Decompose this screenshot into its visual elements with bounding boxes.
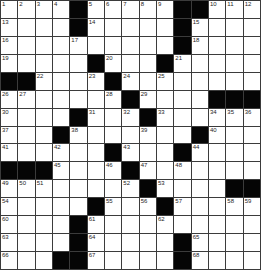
cell-r9c4[interactable]: 42 [53, 144, 69, 161]
clue-number: 11 [227, 1, 233, 8]
black-cell-r15c11 [174, 252, 190, 269]
cell-r1c14[interactable]: 11 [226, 1, 242, 18]
cell-r2c15[interactable] [244, 19, 260, 36]
clue-number: 66 [2, 252, 9, 259]
clue-number: 64 [89, 234, 96, 241]
clue-number: 4 [54, 1, 57, 8]
cell-r13c15[interactable] [244, 216, 260, 233]
clue-number: 63 [2, 234, 9, 241]
black-cell-r7c5 [70, 109, 86, 126]
cell-r9c2[interactable] [18, 144, 34, 161]
cell-r5c12[interactable] [192, 73, 208, 90]
cell-r12c7[interactable]: 55 [105, 198, 121, 215]
black-cell-r2c5 [70, 19, 86, 36]
cell-r9c3[interactable] [36, 144, 52, 161]
clue-number: 23 [89, 73, 96, 80]
cell-r7c8[interactable]: 32 [122, 109, 138, 126]
black-cell-r11c15 [244, 180, 260, 197]
cell-r9c12[interactable]: 44 [192, 144, 208, 161]
cell-r14c15[interactable] [244, 234, 260, 251]
cell-r5c6[interactable]: 23 [88, 73, 104, 90]
black-cell-r14c5 [70, 234, 86, 251]
cell-r11c8[interactable]: 52 [122, 180, 138, 197]
cell-r12c15[interactable]: 59 [244, 198, 260, 215]
cell-r12c9[interactable]: 56 [140, 198, 156, 215]
cell-r12c11[interactable]: 57 [174, 198, 190, 215]
clue-number: 56 [141, 198, 148, 205]
cell-r3c14[interactable] [226, 37, 242, 54]
cell-r13c9[interactable] [140, 216, 156, 233]
clue-number: 60 [2, 216, 9, 223]
clue-number: 61 [89, 216, 96, 223]
clue-number: 45 [54, 162, 61, 169]
cell-r10c5[interactable] [70, 162, 86, 179]
clue-number: 27 [19, 91, 26, 98]
cell-r7c14[interactable]: 35 [226, 109, 242, 126]
clue-number: 21 [175, 55, 182, 62]
cell-r11c3[interactable]: 51 [36, 180, 52, 197]
cell-r3c9[interactable] [140, 37, 156, 54]
cell-r14c6[interactable]: 64 [88, 234, 104, 251]
black-cell-r6c8 [122, 91, 138, 108]
clue-number: 40 [210, 127, 217, 134]
cell-r5c11[interactable] [174, 73, 190, 90]
clue-number: 18 [193, 37, 200, 44]
clue-number: 8 [141, 1, 144, 8]
cell-r1c8[interactable]: 7 [122, 1, 138, 18]
cell-r7c7[interactable] [105, 109, 121, 126]
cell-r4c7[interactable]: 20 [105, 55, 121, 72]
cell-r7c13[interactable]: 34 [209, 109, 225, 126]
cell-r10c12[interactable] [192, 162, 208, 179]
cell-r3c4[interactable] [53, 37, 69, 54]
clue-number: 62 [158, 216, 165, 223]
cell-r7c11[interactable] [174, 109, 190, 126]
clue-number: 13 [2, 19, 9, 26]
clue-number: 32 [123, 109, 130, 116]
clue-number: 19 [2, 55, 9, 62]
clue-number: 49 [2, 180, 9, 187]
black-cell-r12c10 [157, 198, 173, 215]
cell-r6c3[interactable] [36, 91, 52, 108]
cell-r6c2[interactable]: 27 [18, 91, 34, 108]
cell-r14c3[interactable] [36, 234, 52, 251]
cell-r7c4[interactable] [53, 109, 69, 126]
cell-r10c4[interactable]: 45 [53, 162, 69, 179]
cell-r8c7[interactable] [105, 127, 121, 144]
cell-r1c1[interactable]: 1 [1, 1, 17, 18]
cell-r2c12[interactable]: 15 [192, 19, 208, 36]
clue-number: 54 [2, 198, 9, 205]
cell-r8c5[interactable]: 38 [70, 127, 86, 144]
cell-r12c4[interactable] [53, 198, 69, 215]
cell-r4c11[interactable]: 21 [174, 55, 190, 72]
clue-number: 38 [71, 127, 78, 134]
cell-r11c2[interactable]: 50 [18, 180, 34, 197]
black-cell-r6c13 [209, 91, 225, 108]
cell-r6c6[interactable] [88, 91, 104, 108]
black-cell-r10c3 [36, 162, 52, 179]
cell-r14c13[interactable] [209, 234, 225, 251]
cell-r5c9[interactable] [140, 73, 156, 90]
clue-number: 51 [37, 180, 44, 187]
cell-r1c10[interactable]: 9 [157, 1, 173, 18]
clue-number: 24 [123, 73, 130, 80]
black-cell-r2c11 [174, 19, 190, 36]
cell-r15c7[interactable] [105, 252, 121, 269]
black-cell-r10c2 [18, 162, 34, 179]
cell-r14c14[interactable] [226, 234, 242, 251]
cell-r7c12[interactable] [192, 109, 208, 126]
cell-r11c6[interactable] [88, 180, 104, 197]
cell-r3c6[interactable] [88, 37, 104, 54]
cell-r6c10[interactable] [157, 91, 173, 108]
clue-number: 58 [227, 198, 234, 205]
black-cell-r15c4 [53, 252, 69, 269]
cell-r13c10[interactable]: 62 [157, 216, 173, 233]
cell-r12c8[interactable] [122, 198, 138, 215]
cell-r13c1[interactable]: 60 [1, 216, 17, 233]
clue-number: 57 [175, 198, 182, 205]
cell-r8c6[interactable] [88, 127, 104, 144]
cell-r5c15[interactable] [244, 73, 260, 90]
cell-r11c7[interactable] [105, 180, 121, 197]
cell-r14c7[interactable] [105, 234, 121, 251]
cell-r4c15[interactable] [244, 55, 260, 72]
cell-r1c3[interactable]: 3 [36, 1, 52, 18]
clue-number: 50 [19, 180, 26, 187]
cell-r5c3[interactable]: 22 [36, 73, 52, 90]
cell-r6c12[interactable] [192, 91, 208, 108]
clue-number: 29 [141, 91, 148, 98]
cell-r2c4[interactable] [53, 19, 69, 36]
clue-number: 16 [2, 37, 9, 44]
cell-r11c12[interactable] [192, 180, 208, 197]
cell-r11c1[interactable]: 49 [1, 180, 17, 197]
cell-r15c10[interactable] [157, 252, 173, 269]
cell-r5c5[interactable] [70, 73, 86, 90]
cell-r6c5[interactable] [70, 91, 86, 108]
clue-number: 53 [158, 180, 165, 187]
clue-number: 43 [123, 144, 130, 151]
cell-r1c2[interactable]: 2 [18, 1, 34, 18]
black-cell-r1c5 [70, 1, 86, 18]
cell-r10c11[interactable]: 48 [174, 162, 190, 179]
cell-r10c7[interactable]: 46 [105, 162, 121, 179]
cell-r10c14[interactable] [226, 162, 242, 179]
cell-r5c13[interactable] [209, 73, 225, 90]
black-cell-r8c12 [192, 127, 208, 144]
cell-r1c7[interactable]: 6 [105, 1, 121, 18]
cell-r1c4[interactable]: 4 [53, 1, 69, 18]
cell-r14c9[interactable] [140, 234, 156, 251]
cell-r15c1[interactable]: 66 [1, 252, 17, 269]
black-cell-r13c5 [70, 216, 86, 233]
black-cell-r14c11 [174, 234, 190, 251]
cell-r15c9[interactable] [140, 252, 156, 269]
cell-r7c2[interactable] [18, 109, 34, 126]
cell-r15c15[interactable] [244, 252, 260, 269]
cell-r3c8[interactable] [122, 37, 138, 54]
cell-r13c11[interactable] [174, 216, 190, 233]
clue-number: 30 [2, 109, 9, 116]
cell-r7c1[interactable]: 30 [1, 109, 17, 126]
cell-r9c14[interactable] [226, 144, 242, 161]
cell-r1c9[interactable]: 8 [140, 1, 156, 18]
cell-r6c7[interactable]: 28 [105, 91, 121, 108]
clue-number: 17 [71, 37, 78, 44]
clue-number: 3 [37, 1, 40, 8]
cell-r13c3[interactable] [36, 216, 52, 233]
cell-r11c13[interactable] [209, 180, 225, 197]
cell-r9c9[interactable] [140, 144, 156, 161]
black-cell-r11c14 [226, 180, 242, 197]
cell-r13c2[interactable] [18, 216, 34, 233]
clue-number: 42 [54, 144, 61, 151]
clue-number: 34 [210, 109, 217, 116]
cell-r9c15[interactable] [244, 144, 260, 161]
cell-r4c5[interactable] [70, 55, 86, 72]
cell-r13c12[interactable] [192, 216, 208, 233]
cell-r3c12[interactable]: 18 [192, 37, 208, 54]
clue-number: 68 [193, 252, 200, 259]
black-cell-r5c7 [105, 73, 121, 90]
clue-number: 47 [141, 162, 148, 169]
black-cell-r1c12 [192, 1, 208, 18]
cell-r13c13[interactable] [209, 216, 225, 233]
cell-r8c8[interactable] [122, 127, 138, 144]
black-cell-r9c11 [174, 144, 190, 161]
cell-r4c2[interactable] [18, 55, 34, 72]
cell-r5c4[interactable] [53, 73, 69, 90]
clue-number: 10 [210, 1, 217, 8]
cell-r10c10[interactable] [157, 162, 173, 179]
cell-r4c9[interactable] [140, 55, 156, 72]
crossword-board: 1234567891011121314151617181920212223242… [0, 0, 261, 270]
cell-r15c6[interactable]: 67 [88, 252, 104, 269]
cell-r14c2[interactable] [18, 234, 34, 251]
cell-r10c9[interactable]: 47 [140, 162, 156, 179]
cell-r3c5[interactable]: 17 [70, 37, 86, 54]
black-cell-r5c1 [1, 73, 17, 90]
cell-r9c1[interactable]: 41 [1, 144, 17, 161]
clue-number: 22 [37, 73, 44, 80]
cell-r14c12[interactable]: 65 [192, 234, 208, 251]
black-cell-r15c5 [70, 252, 86, 269]
clue-number: 20 [106, 55, 113, 62]
cell-r3c15[interactable] [244, 37, 260, 54]
black-cell-r6c15 [244, 91, 260, 108]
cell-r12c13[interactable] [209, 198, 225, 215]
clue-number: 31 [89, 109, 96, 116]
cell-r2c6[interactable]: 14 [88, 19, 104, 36]
cell-r8c15[interactable] [244, 127, 260, 144]
cell-r7c10[interactable]: 33 [157, 109, 173, 126]
cell-r3c13[interactable] [209, 37, 225, 54]
black-cell-r5c2 [18, 73, 34, 90]
cell-r12c5[interactable] [70, 198, 86, 215]
black-cell-r4c10 [157, 55, 173, 72]
clue-number: 48 [175, 162, 182, 169]
cell-r11c5[interactable] [70, 180, 86, 197]
black-cell-r10c8 [122, 162, 138, 179]
cell-r10c13[interactable] [209, 162, 225, 179]
cell-r13c6[interactable]: 61 [88, 216, 104, 233]
clue-number: 14 [89, 19, 96, 26]
cell-r13c8[interactable] [122, 216, 138, 233]
clue-number: 36 [245, 109, 252, 116]
cell-r1c13[interactable]: 10 [209, 1, 225, 18]
clue-number: 39 [141, 127, 148, 134]
clue-number: 41 [2, 144, 9, 151]
cell-r15c2[interactable] [18, 252, 34, 269]
black-cell-r11c9 [140, 180, 156, 197]
cell-r10c6[interactable] [88, 162, 104, 179]
clue-number: 65 [193, 234, 200, 241]
cell-r15c8[interactable] [122, 252, 138, 269]
cell-r2c14[interactable] [226, 19, 242, 36]
cell-r8c11[interactable] [174, 127, 190, 144]
cell-r3c1[interactable]: 16 [1, 37, 17, 54]
cell-r8c10[interactable] [157, 127, 173, 144]
cell-r13c14[interactable] [226, 216, 242, 233]
cell-r9c5[interactable] [70, 144, 86, 161]
clue-number: 59 [245, 198, 252, 205]
clue-number: 2 [19, 1, 22, 8]
clue-number: 52 [123, 180, 130, 187]
cell-r8c2[interactable] [18, 127, 34, 144]
cell-r8c13[interactable]: 40 [209, 127, 225, 144]
cell-r6c4[interactable] [53, 91, 69, 108]
cell-r12c14[interactable]: 58 [226, 198, 242, 215]
cell-r11c11[interactable] [174, 180, 190, 197]
clue-number: 44 [193, 144, 200, 151]
cell-r1c15[interactable]: 12 [244, 1, 260, 18]
cell-r9c8[interactable]: 43 [122, 144, 138, 161]
cell-r3c2[interactable] [18, 37, 34, 54]
cell-r4c4[interactable] [53, 55, 69, 72]
cell-r14c1[interactable]: 63 [1, 234, 17, 251]
cell-r3c7[interactable] [105, 37, 121, 54]
cell-r15c12[interactable]: 68 [192, 252, 208, 269]
cell-r7c6[interactable]: 31 [88, 109, 104, 126]
cell-r12c12[interactable] [192, 198, 208, 215]
cell-r5c10[interactable]: 25 [157, 73, 173, 90]
clue-number: 37 [2, 127, 9, 134]
cell-r2c1[interactable]: 13 [1, 19, 17, 36]
cell-r4c3[interactable] [36, 55, 52, 72]
cell-r11c10[interactable]: 53 [157, 180, 173, 197]
cell-r4c8[interactable] [122, 55, 138, 72]
cell-r11c4[interactable] [53, 180, 69, 197]
clue-number: 6 [106, 1, 109, 8]
cell-r7c15[interactable]: 36 [244, 109, 260, 126]
cell-r5c8[interactable]: 24 [122, 73, 138, 90]
clue-number: 12 [245, 1, 252, 8]
cell-r9c10[interactable] [157, 144, 173, 161]
cell-r2c13[interactable] [209, 19, 225, 36]
clue-number: 1 [2, 1, 5, 8]
clue-number: 9 [158, 1, 161, 8]
cell-r2c2[interactable] [18, 19, 34, 36]
cell-r15c3[interactable] [36, 252, 52, 269]
clue-number: 67 [89, 252, 96, 259]
cell-r8c9[interactable]: 39 [140, 127, 156, 144]
black-cell-r3c11 [174, 37, 190, 54]
cell-r7c3[interactable] [36, 109, 52, 126]
cell-r2c9[interactable] [140, 19, 156, 36]
black-cell-r12c6 [88, 198, 104, 215]
cell-r14c8[interactable] [122, 234, 138, 251]
clue-number: 26 [2, 91, 9, 98]
black-cell-r10c1 [1, 162, 17, 179]
cell-r2c7[interactable] [105, 19, 121, 36]
clue-number: 25 [158, 73, 165, 80]
clue-number: 46 [106, 162, 113, 169]
clue-number: 7 [123, 1, 126, 8]
cell-r4c1[interactable]: 19 [1, 55, 17, 72]
black-cell-r4c6 [88, 55, 104, 72]
clue-number: 33 [158, 109, 165, 116]
clue-number: 55 [106, 198, 113, 205]
black-cell-r7c9 [140, 109, 156, 126]
cell-r15c13[interactable] [209, 252, 225, 269]
black-cell-r8c4 [53, 127, 69, 144]
cell-r15c14[interactable] [226, 252, 242, 269]
cell-r9c6[interactable] [88, 144, 104, 161]
black-cell-r1c11 [174, 1, 190, 18]
cell-r4c13[interactable] [209, 55, 225, 72]
black-cell-r9c7 [105, 144, 121, 161]
clue-number: 35 [227, 109, 234, 116]
cell-r3c10[interactable] [157, 37, 173, 54]
cell-r10c15[interactable] [244, 162, 260, 179]
cell-r6c11[interactable] [174, 91, 190, 108]
cell-r13c7[interactable] [105, 216, 121, 233]
cell-r8c14[interactable] [226, 127, 242, 144]
cell-r12c2[interactable] [18, 198, 34, 215]
cell-r1c6[interactable]: 5 [88, 1, 104, 18]
clue-number: 15 [193, 19, 200, 26]
cell-r2c10[interactable] [157, 19, 173, 36]
cell-r6c1[interactable]: 26 [1, 91, 17, 108]
clue-number: 5 [89, 1, 92, 8]
black-cell-r6c14 [226, 91, 242, 108]
cell-r13c4[interactable] [53, 216, 69, 233]
cell-r14c4[interactable] [53, 234, 69, 251]
cell-r9c13[interactable] [209, 144, 225, 161]
cell-r12c3[interactable] [36, 198, 52, 215]
cell-r8c1[interactable]: 37 [1, 127, 17, 144]
cell-r2c3[interactable] [36, 19, 52, 36]
cell-r2c8[interactable] [122, 19, 138, 36]
cell-r8c3[interactable] [36, 127, 52, 144]
cell-r5c14[interactable] [226, 73, 242, 90]
cell-r6c9[interactable]: 29 [140, 91, 156, 108]
cell-r14c10[interactable] [157, 234, 173, 251]
clue-number: 28 [106, 91, 113, 98]
cell-r12c1[interactable]: 54 [1, 198, 17, 215]
cell-r3c3[interactable] [36, 37, 52, 54]
cell-r4c12[interactable] [192, 55, 208, 72]
cell-r4c14[interactable] [226, 55, 242, 72]
